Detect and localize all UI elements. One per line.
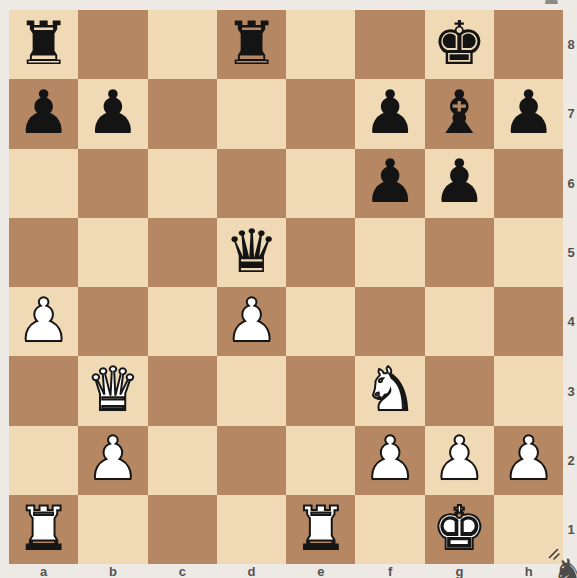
file-label-b: b: [78, 564, 147, 578]
square-b4[interactable]: [78, 287, 147, 356]
square-d8[interactable]: ♜: [217, 10, 286, 79]
square-b7[interactable]: ♟: [78, 79, 147, 148]
square-g8[interactable]: ♚: [425, 10, 494, 79]
square-b2[interactable]: ♟: [78, 426, 147, 495]
white-pawn[interactable]: ♟: [17, 290, 71, 350]
square-d5[interactable]: ♛: [217, 218, 286, 287]
black-king[interactable]: ♚: [433, 13, 487, 73]
rank-labels: 87654321: [565, 10, 577, 564]
file-label-f: f: [355, 564, 424, 578]
rank-label-3: 3: [565, 356, 577, 425]
square-b6[interactable]: [78, 149, 147, 218]
black-pawn[interactable]: ♟: [502, 82, 556, 142]
square-c2[interactable]: [148, 426, 217, 495]
rank-label-7: 7: [565, 79, 577, 148]
square-f5[interactable]: [355, 218, 424, 287]
square-f1[interactable]: [355, 495, 424, 564]
white-pawn[interactable]: ♟: [225, 290, 279, 350]
square-d4[interactable]: ♟: [217, 287, 286, 356]
square-e3[interactable]: [286, 356, 355, 425]
square-d1[interactable]: [217, 495, 286, 564]
square-b1[interactable]: [78, 495, 147, 564]
black-rook[interactable]: ♜: [17, 13, 71, 73]
rank-label-2: 2: [565, 426, 577, 495]
square-d6[interactable]: [217, 149, 286, 218]
square-d7[interactable]: [217, 79, 286, 148]
square-h6[interactable]: [494, 149, 563, 218]
white-pawn[interactable]: ♟: [86, 428, 140, 488]
rank-label-5: 5: [565, 218, 577, 287]
square-a6[interactable]: [9, 149, 78, 218]
chess-board: ♜♜♚♟♟♟♝♟♟♟♛♟♟♛♞♟♟♟♟♜♜♚: [9, 10, 563, 564]
white-pawn[interactable]: ♟: [433, 428, 487, 488]
page: ♜♜♚♟♟♟♝♟♟♟♛♟♟♛♞♟♟♟♟♜♜♚ abcdefgh 87654321…: [0, 0, 577, 578]
rank-label-8: 8: [565, 10, 577, 79]
black-pawn[interactable]: ♟: [433, 151, 487, 211]
square-f2[interactable]: ♟: [355, 426, 424, 495]
white-pawn[interactable]: ♟: [363, 428, 417, 488]
square-f6[interactable]: ♟: [355, 149, 424, 218]
square-e6[interactable]: [286, 149, 355, 218]
square-a5[interactable]: [9, 218, 78, 287]
square-a7[interactable]: ♟: [9, 79, 78, 148]
square-g6[interactable]: ♟: [425, 149, 494, 218]
square-e2[interactable]: [286, 426, 355, 495]
square-g7[interactable]: ♝: [425, 79, 494, 148]
square-c4[interactable]: [148, 287, 217, 356]
square-e5[interactable]: [286, 218, 355, 287]
square-d2[interactable]: [217, 426, 286, 495]
square-a8[interactable]: ♜: [9, 10, 78, 79]
square-g2[interactable]: ♟: [425, 426, 494, 495]
black-queen[interactable]: ♛: [225, 221, 279, 281]
square-g1[interactable]: ♚: [425, 495, 494, 564]
square-d3[interactable]: [217, 356, 286, 425]
square-h4[interactable]: [494, 287, 563, 356]
square-c7[interactable]: [148, 79, 217, 148]
square-b3[interactable]: ♛: [78, 356, 147, 425]
square-c5[interactable]: [148, 218, 217, 287]
square-a2[interactable]: [9, 426, 78, 495]
file-label-e: e: [286, 564, 355, 578]
square-c1[interactable]: [148, 495, 217, 564]
square-c6[interactable]: [148, 149, 217, 218]
square-a4[interactable]: ♟: [9, 287, 78, 356]
black-pawn[interactable]: ♟: [363, 82, 417, 142]
square-b5[interactable]: [78, 218, 147, 287]
square-a1[interactable]: ♜: [9, 495, 78, 564]
rank-label-4: 4: [565, 287, 577, 356]
black-bishop[interactable]: ♝: [433, 82, 487, 142]
square-f8[interactable]: [355, 10, 424, 79]
square-c3[interactable]: [148, 356, 217, 425]
black-rook[interactable]: ♜: [225, 13, 279, 73]
file-label-g: g: [425, 564, 494, 578]
square-e7[interactable]: [286, 79, 355, 148]
white-king[interactable]: ♚: [433, 498, 487, 558]
square-h2[interactable]: ♟: [494, 426, 563, 495]
square-b8[interactable]: [78, 10, 147, 79]
knight-icon[interactable]: ♞: [552, 554, 577, 578]
white-pawn[interactable]: ♟: [502, 428, 556, 488]
square-h7[interactable]: ♟: [494, 79, 563, 148]
rank-label-6: 6: [565, 149, 577, 218]
file-labels: abcdefgh: [9, 564, 563, 578]
white-rook[interactable]: ♜: [294, 498, 348, 558]
file-label-c: c: [148, 564, 217, 578]
square-a3[interactable]: [9, 356, 78, 425]
pawn-icon[interactable]: ♟: [542, 0, 561, 8]
square-h3[interactable]: [494, 356, 563, 425]
file-label-a: a: [9, 564, 78, 578]
square-e8[interactable]: [286, 10, 355, 79]
square-e1[interactable]: ♜: [286, 495, 355, 564]
black-pawn[interactable]: ♟: [363, 151, 417, 211]
square-g5[interactable]: [425, 218, 494, 287]
square-f7[interactable]: ♟: [355, 79, 424, 148]
square-e4[interactable]: [286, 287, 355, 356]
square-f3[interactable]: ♞: [355, 356, 424, 425]
square-h5[interactable]: [494, 218, 563, 287]
white-rook[interactable]: ♜: [17, 498, 71, 558]
square-h8[interactable]: [494, 10, 563, 79]
white-queen[interactable]: ♛: [86, 359, 140, 419]
square-g4[interactable]: [425, 287, 494, 356]
black-pawn[interactable]: ♟: [17, 82, 71, 142]
white-knight[interactable]: ♞: [363, 359, 417, 419]
square-g3[interactable]: [425, 356, 494, 425]
file-label-d: d: [217, 564, 286, 578]
square-c8[interactable]: [148, 10, 217, 79]
black-pawn[interactable]: ♟: [86, 82, 140, 142]
square-f4[interactable]: [355, 287, 424, 356]
